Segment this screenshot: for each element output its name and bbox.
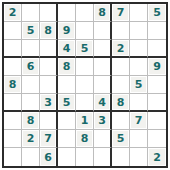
sudoku-cell-r1c4[interactable] <box>58 4 76 22</box>
sudoku-cell-r3c5: 5 <box>76 40 94 58</box>
sudoku-cell-r7c3[interactable] <box>40 112 58 130</box>
sudoku-cell-r3c6[interactable] <box>94 40 112 58</box>
sudoku-cell-r2c2: 5 <box>22 22 40 40</box>
sudoku-cell-r6c8[interactable] <box>130 94 148 112</box>
sudoku-cell-r6c5[interactable] <box>76 94 94 112</box>
sudoku-cell-r3c4: 4 <box>58 40 76 58</box>
sudoku-cell-r2c3: 8 <box>40 22 58 40</box>
sudoku-cell-r2c8[interactable] <box>130 22 148 40</box>
sudoku-cell-r4c4: 8 <box>58 58 76 76</box>
sudoku-cell-r8c3: 7 <box>40 130 58 148</box>
sudoku-cell-r4c2: 6 <box>22 58 40 76</box>
sudoku-cell-r3c2[interactable] <box>22 40 40 58</box>
sudoku-cell-r1c7: 7 <box>112 4 130 22</box>
sudoku-cell-r7c8: 7 <box>130 112 148 130</box>
sudoku-cell-r5c7[interactable] <box>112 76 130 94</box>
sudoku-cell-r1c3[interactable] <box>40 4 58 22</box>
sudoku-cell-r6c4: 5 <box>58 94 76 112</box>
sudoku-cell-r5c3[interactable] <box>40 76 58 94</box>
sudoku-board: 28755894526898535488137278562 <box>2 2 168 168</box>
sudoku-cell-r2c9[interactable] <box>148 22 166 40</box>
sudoku-cell-r4c3[interactable] <box>40 58 58 76</box>
sudoku-cell-r7c7[interactable] <box>112 112 130 130</box>
sudoku-cell-r9c8[interactable] <box>130 148 148 166</box>
sudoku-cell-r4c7[interactable] <box>112 58 130 76</box>
sudoku-cell-r5c8: 5 <box>130 76 148 94</box>
sudoku-cell-r8c6[interactable] <box>94 130 112 148</box>
sudoku-cell-r8c2: 2 <box>22 130 40 148</box>
sudoku-cell-r3c9[interactable] <box>148 40 166 58</box>
sudoku-cell-r3c1[interactable] <box>4 40 22 58</box>
sudoku-cell-r2c4: 9 <box>58 22 76 40</box>
sudoku-cell-r4c1[interactable] <box>4 58 22 76</box>
sudoku-cell-r5c9[interactable] <box>148 76 166 94</box>
sudoku-cell-r5c1: 8 <box>4 76 22 94</box>
sudoku-cell-r1c5[interactable] <box>76 4 94 22</box>
sudoku-cell-r1c8[interactable] <box>130 4 148 22</box>
sudoku-cell-r2c6[interactable] <box>94 22 112 40</box>
sudoku-cell-r4c5[interactable] <box>76 58 94 76</box>
sudoku-cell-r8c5: 8 <box>76 130 94 148</box>
sudoku-cell-r7c5: 1 <box>76 112 94 130</box>
sudoku-cell-r6c6: 4 <box>94 94 112 112</box>
sudoku-cell-r2c1[interactable] <box>4 22 22 40</box>
sudoku-cell-r6c2[interactable] <box>22 94 40 112</box>
sudoku-cell-r4c8[interactable] <box>130 58 148 76</box>
sudoku-cell-r5c4[interactable] <box>58 76 76 94</box>
sudoku-cell-r6c7: 8 <box>112 94 130 112</box>
sudoku-cell-r9c2[interactable] <box>22 148 40 166</box>
sudoku-cell-r7c9[interactable] <box>148 112 166 130</box>
sudoku-cell-r6c9[interactable] <box>148 94 166 112</box>
sudoku-cell-r9c3: 6 <box>40 148 58 166</box>
sudoku-cell-r7c2: 8 <box>22 112 40 130</box>
sudoku-cell-r3c7: 2 <box>112 40 130 58</box>
sudoku-cell-r1c2[interactable] <box>22 4 40 22</box>
sudoku-cell-r3c3[interactable] <box>40 40 58 58</box>
sudoku-cell-r4c9: 9 <box>148 58 166 76</box>
sudoku-cell-r7c4[interactable] <box>58 112 76 130</box>
sudoku-cell-r7c1[interactable] <box>4 112 22 130</box>
sudoku-board-container: 28755894526898535488137278562 <box>0 0 170 170</box>
sudoku-cell-r9c9: 2 <box>148 148 166 166</box>
sudoku-cell-r8c1[interactable] <box>4 130 22 148</box>
sudoku-cell-r1c9: 5 <box>148 4 166 22</box>
sudoku-cell-r8c7: 5 <box>112 130 130 148</box>
sudoku-cell-r1c6: 8 <box>94 4 112 22</box>
sudoku-cell-r9c6[interactable] <box>94 148 112 166</box>
sudoku-cell-r5c6[interactable] <box>94 76 112 94</box>
sudoku-cell-r9c4[interactable] <box>58 148 76 166</box>
sudoku-cell-r5c5[interactable] <box>76 76 94 94</box>
sudoku-cell-r9c7[interactable] <box>112 148 130 166</box>
sudoku-cell-r6c1[interactable] <box>4 94 22 112</box>
sudoku-cell-r1c1: 2 <box>4 4 22 22</box>
sudoku-cell-r9c5[interactable] <box>76 148 94 166</box>
sudoku-cell-r5c2[interactable] <box>22 76 40 94</box>
sudoku-cell-r3c8[interactable] <box>130 40 148 58</box>
sudoku-cell-r4c6[interactable] <box>94 58 112 76</box>
sudoku-cell-r7c6: 3 <box>94 112 112 130</box>
sudoku-cell-r2c7[interactable] <box>112 22 130 40</box>
sudoku-cell-r9c1[interactable] <box>4 148 22 166</box>
sudoku-cell-r8c4[interactable] <box>58 130 76 148</box>
sudoku-cell-r2c5[interactable] <box>76 22 94 40</box>
sudoku-cell-r8c9[interactable] <box>148 130 166 148</box>
sudoku-cell-r8c8[interactable] <box>130 130 148 148</box>
sudoku-cell-r6c3: 3 <box>40 94 58 112</box>
